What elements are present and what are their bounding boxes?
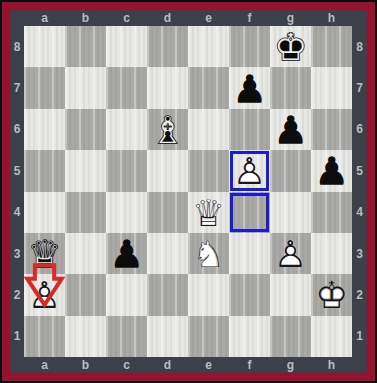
rank-label-5-left: 5 <box>10 150 24 191</box>
square-f7[interactable]: ♟ <box>229 67 270 108</box>
file-label-h-top: h <box>311 10 352 26</box>
rank-label-1-right: 1 <box>352 316 367 357</box>
square-d8[interactable] <box>147 26 188 67</box>
square-e2[interactable] <box>188 274 229 315</box>
rank-label-2-left: 2 <box>10 274 24 315</box>
black-pawn-glyph: ♟ <box>229 68 270 109</box>
square-f2[interactable] <box>229 274 270 315</box>
black-pawn[interactable]: ♟ <box>270 109 311 150</box>
square-a7[interactable] <box>24 67 65 108</box>
square-b8[interactable] <box>65 26 106 67</box>
square-g5[interactable] <box>270 150 311 191</box>
black-king-detail: ♔ <box>270 27 311 68</box>
rank-label-6-left: 6 <box>10 109 24 150</box>
board-frame: abcdefgh 87654321 ♚♔♟♝♗♟♟♙♟♛♕♛♕♟♞♘♟♙♟♙♚♔… <box>2 2 375 381</box>
square-g3[interactable]: ♟♙ <box>270 233 311 274</box>
square-h2[interactable]: ♚♔ <box>311 274 352 315</box>
white-pawn-detail: ♙ <box>229 151 270 192</box>
corner-bottom-right <box>352 357 367 373</box>
rank-label-8-left: 8 <box>10 26 24 67</box>
square-a2[interactable]: ♟♙ <box>24 274 65 315</box>
corner-top-left <box>10 10 24 26</box>
rank-label-3-left: 3 <box>10 233 24 274</box>
black-pawn[interactable]: ♟ <box>229 67 270 108</box>
file-label-e-top: e <box>188 10 229 26</box>
square-b7[interactable] <box>65 67 106 108</box>
square-a4[interactable] <box>24 192 65 233</box>
square-a6[interactable] <box>24 109 65 150</box>
square-h8[interactable] <box>311 26 352 67</box>
board-grid: ♚♔♟♝♗♟♟♙♟♛♕♛♕♟♞♘♟♙♟♙♚♔ <box>24 26 352 357</box>
square-c5[interactable] <box>106 150 147 191</box>
file-label-a-top: a <box>24 10 65 26</box>
square-h7[interactable] <box>311 67 352 108</box>
square-b6[interactable] <box>65 109 106 150</box>
square-f3[interactable] <box>229 233 270 274</box>
rank-label-1-left: 1 <box>10 316 24 357</box>
file-label-c-bottom: c <box>106 357 147 373</box>
square-a5[interactable] <box>24 150 65 191</box>
rank-label-4-left: 4 <box>10 192 24 233</box>
rank-label-8-right: 8 <box>352 26 367 67</box>
square-b5[interactable] <box>65 150 106 191</box>
corner-bottom-left <box>10 357 24 373</box>
square-f6[interactable] <box>229 109 270 150</box>
board-panel: abcdefgh 87654321 ♚♔♟♝♗♟♟♙♟♛♕♛♕♟♞♘♟♙♟♙♚♔… <box>10 10 367 373</box>
square-g1[interactable] <box>270 316 311 357</box>
white-king-detail: ♔ <box>311 275 352 316</box>
rank-label-6-right: 6 <box>352 109 367 150</box>
square-e6[interactable] <box>188 109 229 150</box>
file-label-h-bottom: h <box>311 357 352 373</box>
file-label-e-bottom: e <box>188 357 229 373</box>
file-label-g-top: g <box>270 10 311 26</box>
square-a8[interactable] <box>24 26 65 67</box>
white-pawn[interactable]: ♟♙ <box>270 233 311 274</box>
corner-top-right <box>352 10 367 26</box>
square-h1[interactable] <box>311 316 352 357</box>
square-g2[interactable] <box>270 274 311 315</box>
black-king[interactable]: ♚♔ <box>270 26 311 67</box>
square-d4[interactable] <box>147 192 188 233</box>
square-d5[interactable] <box>147 150 188 191</box>
black-bishop[interactable]: ♝♗ <box>147 109 188 150</box>
file-labels-top: abcdefgh <box>24 10 352 26</box>
black-queen[interactable]: ♛♕ <box>24 233 65 274</box>
file-label-c-top: c <box>106 10 147 26</box>
square-b4[interactable] <box>65 192 106 233</box>
square-c1[interactable] <box>106 316 147 357</box>
rank-label-2-right: 2 <box>352 274 367 315</box>
square-e3[interactable]: ♞♘ <box>188 233 229 274</box>
square-d1[interactable] <box>147 316 188 357</box>
white-queen[interactable]: ♛♕ <box>188 192 229 233</box>
file-label-d-bottom: d <box>147 357 188 373</box>
white-queen-detail: ♕ <box>188 193 229 234</box>
square-b2[interactable] <box>65 274 106 315</box>
rank-label-4-right: 4 <box>352 192 367 233</box>
square-b1[interactable] <box>65 316 106 357</box>
white-pawn-detail: ♙ <box>24 275 65 316</box>
square-g8[interactable]: ♚♔ <box>270 26 311 67</box>
square-e7[interactable] <box>188 67 229 108</box>
square-f1[interactable] <box>229 316 270 357</box>
file-labels-bottom: abcdefgh <box>24 357 352 373</box>
square-e8[interactable] <box>188 26 229 67</box>
square-c4[interactable] <box>106 192 147 233</box>
black-queen-detail: ♕ <box>24 234 65 275</box>
black-pawn-glyph: ♟ <box>270 110 311 151</box>
white-knight[interactable]: ♞♘ <box>188 233 229 274</box>
square-c7[interactable] <box>106 67 147 108</box>
rank-labels-left: 87654321 <box>10 26 24 357</box>
white-pawn[interactable]: ♟♙ <box>229 150 270 191</box>
square-c8[interactable] <box>106 26 147 67</box>
square-h6[interactable] <box>311 109 352 150</box>
rank-label-3-right: 3 <box>352 233 367 274</box>
square-b3[interactable] <box>65 233 106 274</box>
square-f5[interactable]: ♟♙ <box>229 150 270 191</box>
file-label-f-bottom: f <box>229 357 270 373</box>
square-d3[interactable] <box>147 233 188 274</box>
file-label-a-bottom: a <box>24 357 65 373</box>
square-d6[interactable]: ♝♗ <box>147 109 188 150</box>
chess-board-window: abcdefgh 87654321 ♚♔♟♝♗♟♟♙♟♛♕♛♕♟♞♘♟♙♟♙♚♔… <box>0 0 377 383</box>
white-king[interactable]: ♚♔ <box>311 274 352 315</box>
black-pawn-glyph: ♟ <box>106 234 147 275</box>
square-e1[interactable] <box>188 316 229 357</box>
square-a3[interactable]: ♛♕ <box>24 233 65 274</box>
square-d2[interactable] <box>147 274 188 315</box>
highlight-f4 <box>230 193 269 232</box>
rank-labels-right: 87654321 <box>352 26 367 357</box>
white-pawn-detail: ♙ <box>270 234 311 275</box>
rank-label-7-right: 7 <box>352 67 367 108</box>
square-g6[interactable]: ♟ <box>270 109 311 150</box>
file-label-f-top: f <box>229 10 270 26</box>
rank-label-7-left: 7 <box>10 67 24 108</box>
file-label-g-bottom: g <box>270 357 311 373</box>
square-h3[interactable] <box>311 233 352 274</box>
black-pawn[interactable]: ♟ <box>106 233 147 274</box>
black-bishop-detail: ♗ <box>147 110 188 151</box>
white-pawn[interactable]: ♟♙ <box>24 274 65 315</box>
square-g4[interactable] <box>270 192 311 233</box>
white-knight-detail: ♘ <box>188 234 229 275</box>
square-d7[interactable] <box>147 67 188 108</box>
black-pawn-glyph: ♟ <box>311 151 352 192</box>
square-g7[interactable] <box>270 67 311 108</box>
square-h4[interactable] <box>311 192 352 233</box>
file-label-d-top: d <box>147 10 188 26</box>
square-c6[interactable] <box>106 109 147 150</box>
square-c2[interactable] <box>106 274 147 315</box>
square-h5[interactable]: ♟ <box>311 150 352 191</box>
file-label-b-top: b <box>65 10 106 26</box>
square-e5[interactable] <box>188 150 229 191</box>
square-f4[interactable] <box>229 192 270 233</box>
black-pawn[interactable]: ♟ <box>311 150 352 191</box>
rank-label-5-right: 5 <box>352 150 367 191</box>
square-c3[interactable]: ♟ <box>106 233 147 274</box>
file-label-b-bottom: b <box>65 357 106 373</box>
square-e4[interactable]: ♛♕ <box>188 192 229 233</box>
square-a1[interactable] <box>24 316 65 357</box>
square-f8[interactable] <box>229 26 270 67</box>
